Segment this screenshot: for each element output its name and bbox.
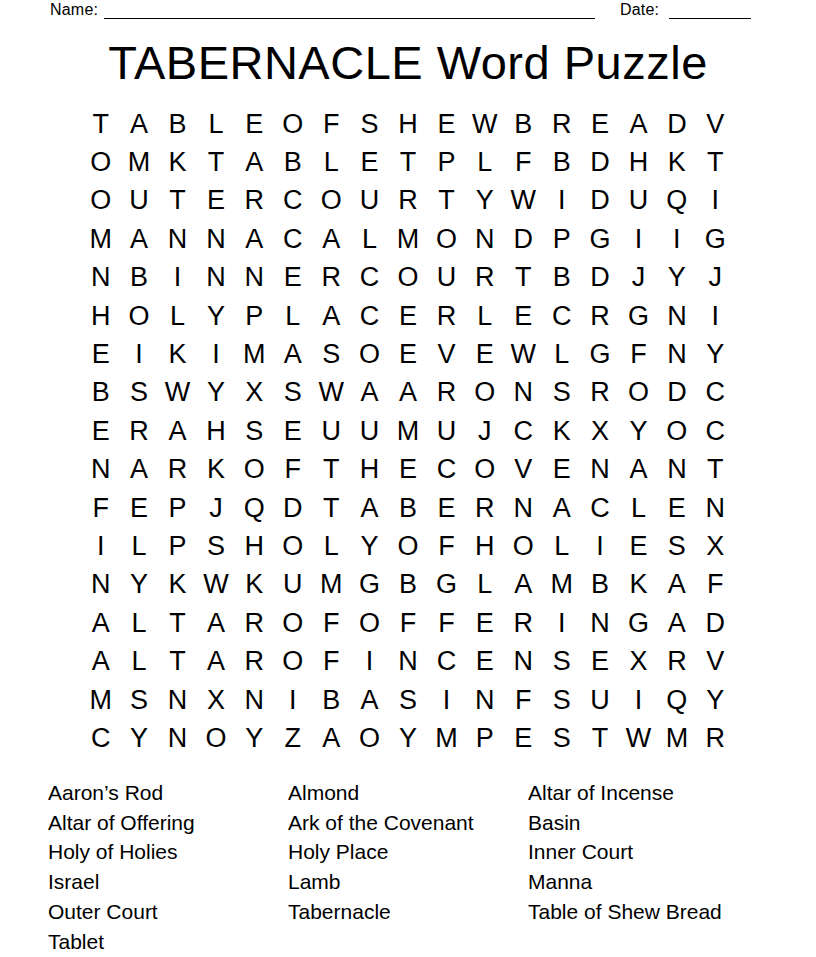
grid-cell-r11c14: C: [581, 489, 619, 527]
grid-cell-r10c15: A: [619, 451, 657, 489]
grid-cell-r1c8: S: [350, 105, 388, 143]
grid-cell-r2c14: D: [581, 143, 619, 181]
grid-cell-r9c12: C: [504, 412, 542, 450]
grid-cell-r10c13: E: [542, 451, 580, 489]
date-blank-line: [669, 0, 751, 19]
grid-cell-r16c13: S: [542, 681, 580, 719]
grid-cell-r4c15: I: [619, 220, 657, 258]
grid-cell-r8c3: W: [158, 374, 196, 412]
grid-cell-r13c12: A: [504, 566, 542, 604]
grid-cell-r11c4: J: [197, 489, 235, 527]
grid-cell-r12c17: X: [696, 527, 734, 565]
grid-cell-r3c17: I: [696, 182, 734, 220]
grid-cell-r17c11: P: [466, 719, 504, 757]
word-list-item: Altar of Incense: [528, 778, 816, 808]
grid-cell-r5c8: C: [350, 259, 388, 297]
grid-cell-r15c11: E: [466, 642, 504, 680]
word-search-grid: TABLEOFSHEWBREADVOMKTABLETPLFBDHKTOUTERC…: [82, 105, 735, 758]
grid-cell-r7c8: O: [350, 335, 388, 373]
grid-cell-r13c5: K: [235, 566, 273, 604]
grid-cell-r1c3: B: [158, 105, 196, 143]
grid-cell-r9c2: R: [120, 412, 158, 450]
grid-cell-r11c10: E: [427, 489, 465, 527]
grid-cell-r2c13: B: [542, 143, 580, 181]
grid-cell-r11c9: B: [389, 489, 427, 527]
grid-cell-r8c11: O: [466, 374, 504, 412]
grid-cell-r7c7: S: [312, 335, 350, 373]
grid-cell-r15c6: O: [274, 642, 312, 680]
grid-cell-r11c6: D: [274, 489, 312, 527]
grid-cell-r12c11: H: [466, 527, 504, 565]
word-list-column-3: Altar of IncenseBasinInner CourtMannaTab…: [528, 778, 816, 957]
grid-cell-r12c10: F: [427, 527, 465, 565]
grid-cell-r1c4: L: [197, 105, 235, 143]
grid-cell-r3c9: R: [389, 182, 427, 220]
grid-cell-r15c5: R: [235, 642, 273, 680]
grid-cell-r6c14: R: [581, 297, 619, 335]
grid-cell-r8c12: N: [504, 374, 542, 412]
grid-cell-r8c8: A: [350, 374, 388, 412]
grid-cell-r10c7: T: [312, 451, 350, 489]
grid-cell-r16c6: I: [274, 681, 312, 719]
grid-cell-r9c17: C: [696, 412, 734, 450]
grid-cell-r9c13: K: [542, 412, 580, 450]
grid-cell-r14c11: E: [466, 604, 504, 642]
grid-cell-r17c1: C: [82, 719, 120, 757]
grid-cell-r3c1: O: [82, 182, 120, 220]
grid-cell-r12c3: P: [158, 527, 196, 565]
grid-cell-r17c6: Z: [274, 719, 312, 757]
grid-cell-r16c2: S: [120, 681, 158, 719]
grid-cell-r11c7: T: [312, 489, 350, 527]
grid-cell-r17c7: A: [312, 719, 350, 757]
word-list-column-1: Aaron’s RodAltar of OfferingHoly of Holi…: [48, 778, 288, 957]
grid-cell-r10c12: V: [504, 451, 542, 489]
grid-cell-r5c2: B: [120, 259, 158, 297]
grid-cell-r13c17: F: [696, 566, 734, 604]
grid-cell-r12c13: L: [542, 527, 580, 565]
grid-cell-r1c5: E: [235, 105, 273, 143]
grid-cell-r11c12: N: [504, 489, 542, 527]
grid-cell-r1c11: W: [466, 105, 504, 143]
grid-cell-r3c2: U: [120, 182, 158, 220]
grid-cell-r2c1: O: [82, 143, 120, 181]
grid-cell-r9c10: U: [427, 412, 465, 450]
grid-cell-r4c6: C: [274, 220, 312, 258]
grid-cell-r5c16: Y: [658, 259, 696, 297]
name-blank-line: [104, 0, 595, 19]
grid-cell-r2c3: K: [158, 143, 196, 181]
grid-cell-r1c15: A: [619, 105, 657, 143]
grid-cell-r17c5: Y: [235, 719, 273, 757]
word-list-item: Holy of Holies: [48, 837, 288, 867]
grid-cell-r9c7: U: [312, 412, 350, 450]
grid-cell-r16c10: I: [427, 681, 465, 719]
grid-cell-r6c11: L: [466, 297, 504, 335]
grid-cell-r12c15: E: [619, 527, 657, 565]
grid-cell-r2c11: L: [466, 143, 504, 181]
grid-cell-r11c17: N: [696, 489, 734, 527]
grid-cell-r16c5: N: [235, 681, 273, 719]
grid-cell-r2c17: T: [696, 143, 734, 181]
grid-cell-r13c15: K: [619, 566, 657, 604]
grid-cell-r12c12: O: [504, 527, 542, 565]
grid-cell-r7c13: L: [542, 335, 580, 373]
worksheet-page: Name: Date: TABERNACLE Word Puzzle TABLE…: [0, 0, 816, 957]
grid-cell-r13c11: L: [466, 566, 504, 604]
grid-cell-r7c4: I: [197, 335, 235, 373]
grid-cell-r16c15: I: [619, 681, 657, 719]
grid-cell-r3c12: W: [504, 182, 542, 220]
grid-cell-r5c15: J: [619, 259, 657, 297]
grid-cell-r3c15: U: [619, 182, 657, 220]
grid-cell-r6c8: C: [350, 297, 388, 335]
grid-cell-r6c16: N: [658, 297, 696, 335]
grid-cell-r11c3: P: [158, 489, 196, 527]
grid-cell-r4c1: M: [82, 220, 120, 258]
grid-cell-r12c14: I: [581, 527, 619, 565]
page-title: TABERNACLE Word Puzzle: [0, 37, 816, 89]
grid-cell-r10c2: A: [120, 451, 158, 489]
grid-cell-r11c13: A: [542, 489, 580, 527]
grid-cell-r5c4: N: [197, 259, 235, 297]
grid-cell-r1c12: B: [504, 105, 542, 143]
grid-cell-r11c11: R: [466, 489, 504, 527]
grid-cell-r13c9: B: [389, 566, 427, 604]
grid-cell-r15c2: L: [120, 642, 158, 680]
grid-cell-r11c15: L: [619, 489, 657, 527]
date-label: Date:: [620, 1, 659, 19]
grid-cell-r14c1: A: [82, 604, 120, 642]
grid-cell-r9c6: E: [274, 412, 312, 450]
word-list-item: Holy Place: [288, 837, 528, 867]
grid-cell-r12c5: H: [235, 527, 273, 565]
grid-cell-r3c3: T: [158, 182, 196, 220]
grid-cell-r4c13: P: [542, 220, 580, 258]
grid-cell-r2c8: E: [350, 143, 388, 181]
grid-cell-r4c2: A: [120, 220, 158, 258]
grid-cell-r10c11: O: [466, 451, 504, 489]
word-list-item: Ark of the Covenant: [288, 808, 528, 838]
grid-cell-r14c15: G: [619, 604, 657, 642]
grid-cell-r7c14: G: [581, 335, 619, 373]
grid-cell-r9c9: M: [389, 412, 427, 450]
grid-cell-r13c6: U: [274, 566, 312, 604]
grid-cell-r14c10: F: [427, 604, 465, 642]
grid-cell-r11c5: Q: [235, 489, 273, 527]
grid-cell-r17c16: M: [658, 719, 696, 757]
grid-cell-r10c10: C: [427, 451, 465, 489]
grid-cell-r6c13: C: [542, 297, 580, 335]
word-list: Aaron’s RodAltar of OfferingHoly of Holi…: [48, 778, 816, 957]
grid-cell-r7c12: W: [504, 335, 542, 373]
word-list-item: Manna: [528, 867, 816, 897]
grid-cell-r13c2: Y: [120, 566, 158, 604]
grid-cell-r9c4: H: [197, 412, 235, 450]
grid-cell-r15c17: V: [696, 642, 734, 680]
grid-cell-r12c2: L: [120, 527, 158, 565]
grid-cell-r10c4: K: [197, 451, 235, 489]
grid-cell-r17c2: Y: [120, 719, 158, 757]
grid-cell-r4c12: D: [504, 220, 542, 258]
grid-cell-r6c10: R: [427, 297, 465, 335]
grid-cell-r8c7: W: [312, 374, 350, 412]
grid-cell-r4c17: G: [696, 220, 734, 258]
grid-cell-r9c16: O: [658, 412, 696, 450]
grid-cell-r17c14: T: [581, 719, 619, 757]
grid-cell-r2c15: H: [619, 143, 657, 181]
grid-cell-r3c8: U: [350, 182, 388, 220]
grid-cell-r13c3: K: [158, 566, 196, 604]
grid-cell-r13c10: G: [427, 566, 465, 604]
grid-cell-r14c5: R: [235, 604, 273, 642]
grid-cell-r17c13: S: [542, 719, 580, 757]
grid-cell-r8c14: R: [581, 374, 619, 412]
word-list-item: Tablet: [48, 927, 288, 957]
grid-cell-r5c6: E: [274, 259, 312, 297]
grid-cell-r2c9: T: [389, 143, 427, 181]
grid-cell-r2c7: L: [312, 143, 350, 181]
grid-cell-r10c9: E: [389, 451, 427, 489]
grid-cell-r2c5: A: [235, 143, 273, 181]
grid-cell-r8c15: O: [619, 374, 657, 412]
grid-cell-r5c12: T: [504, 259, 542, 297]
grid-cell-r12c4: S: [197, 527, 235, 565]
grid-cell-r7c9: E: [389, 335, 427, 373]
grid-cell-r8c13: S: [542, 374, 580, 412]
grid-cell-r7c3: K: [158, 335, 196, 373]
grid-cell-r8c10: R: [427, 374, 465, 412]
grid-cell-r3c13: I: [542, 182, 580, 220]
word-list-item: Almond: [288, 778, 528, 808]
grid-cell-r1c13: R: [542, 105, 580, 143]
grid-cell-r3c11: Y: [466, 182, 504, 220]
grid-cell-r7c16: N: [658, 335, 696, 373]
grid-cell-r2c2: M: [120, 143, 158, 181]
grid-cell-r4c3: N: [158, 220, 196, 258]
name-label: Name:: [50, 1, 98, 19]
grid-cell-r15c8: I: [350, 642, 388, 680]
grid-cell-r13c13: M: [542, 566, 580, 604]
grid-cell-r8c16: D: [658, 374, 696, 412]
grid-cell-r15c13: S: [542, 642, 580, 680]
grid-cell-r16c12: F: [504, 681, 542, 719]
worksheet-header: Name: Date:: [0, 0, 816, 30]
grid-cell-r3c16: Q: [658, 182, 696, 220]
grid-cell-r10c5: O: [235, 451, 273, 489]
grid-cell-r16c16: Q: [658, 681, 696, 719]
grid-cell-r9c5: S: [235, 412, 273, 450]
grid-cell-r4c11: N: [466, 220, 504, 258]
grid-cell-r16c17: Y: [696, 681, 734, 719]
grid-cell-r14c7: F: [312, 604, 350, 642]
grid-cell-r6c4: Y: [197, 297, 235, 335]
grid-cell-r6c12: E: [504, 297, 542, 335]
grid-cell-r3c7: O: [312, 182, 350, 220]
grid-cell-r13c8: G: [350, 566, 388, 604]
grid-cell-r10c6: F: [274, 451, 312, 489]
grid-cell-r6c7: A: [312, 297, 350, 335]
grid-cell-r1c16: D: [658, 105, 696, 143]
grid-cell-r16c9: S: [389, 681, 427, 719]
grid-cell-r7c5: M: [235, 335, 273, 373]
grid-cell-r1c6: O: [274, 105, 312, 143]
grid-cell-r1c10: E: [427, 105, 465, 143]
grid-cell-r15c4: A: [197, 642, 235, 680]
grid-cell-r3c5: R: [235, 182, 273, 220]
grid-cell-r14c8: O: [350, 604, 388, 642]
grid-cell-r17c12: E: [504, 719, 542, 757]
grid-cell-r6c1: H: [82, 297, 120, 335]
grid-cell-r17c8: O: [350, 719, 388, 757]
grid-cell-r15c14: E: [581, 642, 619, 680]
grid-cell-r9c8: U: [350, 412, 388, 450]
grid-cell-r4c10: O: [427, 220, 465, 258]
grid-cell-r7c11: E: [466, 335, 504, 373]
word-list-item: Altar of Offering: [48, 808, 288, 838]
word-list-item: Lamb: [288, 867, 528, 897]
grid-cell-r5c1: N: [82, 259, 120, 297]
grid-cell-r6c5: P: [235, 297, 273, 335]
grid-cell-r5c7: R: [312, 259, 350, 297]
grid-cell-r16c3: N: [158, 681, 196, 719]
grid-cell-r5c9: O: [389, 259, 427, 297]
grid-cell-r10c1: N: [82, 451, 120, 489]
grid-cell-r16c1: M: [82, 681, 120, 719]
grid-cell-r14c6: O: [274, 604, 312, 642]
word-list-item: Israel: [48, 867, 288, 897]
grid-cell-r7c17: Y: [696, 335, 734, 373]
grid-cell-r9c15: Y: [619, 412, 657, 450]
grid-cell-r15c16: R: [658, 642, 696, 680]
grid-cell-r15c7: F: [312, 642, 350, 680]
grid-cell-r10c14: N: [581, 451, 619, 489]
grid-cell-r16c8: A: [350, 681, 388, 719]
grid-cell-r5c13: B: [542, 259, 580, 297]
grid-cell-r10c17: T: [696, 451, 734, 489]
grid-cell-r11c8: A: [350, 489, 388, 527]
grid-cell-r14c3: T: [158, 604, 196, 642]
grid-cell-r4c14: G: [581, 220, 619, 258]
grid-cell-r14c17: D: [696, 604, 734, 642]
word-list-item: Aaron’s Rod: [48, 778, 288, 808]
grid-cell-r8c5: X: [235, 374, 273, 412]
grid-cell-r8c9: A: [389, 374, 427, 412]
grid-cell-r5c5: N: [235, 259, 273, 297]
grid-cell-r14c14: N: [581, 604, 619, 642]
grid-cell-r8c1: B: [82, 374, 120, 412]
grid-cell-r6c2: O: [120, 297, 158, 335]
grid-cell-r14c9: F: [389, 604, 427, 642]
grid-cell-r16c4: X: [197, 681, 235, 719]
grid-cell-r17c4: O: [197, 719, 235, 757]
grid-cell-r2c10: P: [427, 143, 465, 181]
grid-cell-r1c17: V: [696, 105, 734, 143]
grid-cell-r14c13: I: [542, 604, 580, 642]
grid-cell-r6c3: L: [158, 297, 196, 335]
grid-cell-r5c3: I: [158, 259, 196, 297]
grid-cell-r4c4: N: [197, 220, 235, 258]
grid-cell-r6c15: G: [619, 297, 657, 335]
grid-cell-r6c6: L: [274, 297, 312, 335]
grid-cell-r8c6: S: [274, 374, 312, 412]
grid-cell-r2c6: B: [274, 143, 312, 181]
grid-cell-r12c1: I: [82, 527, 120, 565]
grid-cell-r6c9: E: [389, 297, 427, 335]
grid-cell-r9c11: J: [466, 412, 504, 450]
grid-cell-r11c1: F: [82, 489, 120, 527]
grid-cell-r11c2: E: [120, 489, 158, 527]
grid-cell-r15c3: T: [158, 642, 196, 680]
grid-cell-r13c14: B: [581, 566, 619, 604]
grid-cell-r4c16: I: [658, 220, 696, 258]
grid-cell-r7c2: I: [120, 335, 158, 373]
grid-cell-r5c11: R: [466, 259, 504, 297]
word-list-item: Tabernacle: [288, 897, 528, 927]
grid-cell-r17c9: Y: [389, 719, 427, 757]
grid-cell-r9c3: A: [158, 412, 196, 450]
grid-cell-r10c8: H: [350, 451, 388, 489]
grid-cell-r3c6: C: [274, 182, 312, 220]
grid-cell-r12c16: S: [658, 527, 696, 565]
word-list-item: Inner Court: [528, 837, 816, 867]
grid-cell-r15c10: C: [427, 642, 465, 680]
grid-cell-r1c2: A: [120, 105, 158, 143]
grid-cell-r12c7: L: [312, 527, 350, 565]
word-list-item: Table of Shew Bread: [528, 897, 816, 927]
grid-cell-r8c4: Y: [197, 374, 235, 412]
grid-cell-r13c1: N: [82, 566, 120, 604]
grid-cell-r7c1: E: [82, 335, 120, 373]
grid-cell-r17c3: N: [158, 719, 196, 757]
grid-cell-r12c6: O: [274, 527, 312, 565]
grid-cell-r5c10: U: [427, 259, 465, 297]
grid-cell-r16c11: N: [466, 681, 504, 719]
grid-cell-r7c6: A: [274, 335, 312, 373]
grid-cell-r14c16: A: [658, 604, 696, 642]
word-list-item: Outer Court: [48, 897, 288, 927]
grid-cell-r16c7: B: [312, 681, 350, 719]
grid-cell-r8c17: C: [696, 374, 734, 412]
grid-cell-r17c17: R: [696, 719, 734, 757]
grid-cell-r2c12: F: [504, 143, 542, 181]
grid-cell-r6c17: I: [696, 297, 734, 335]
word-list-item: Basin: [528, 808, 816, 838]
grid-cell-r17c15: W: [619, 719, 657, 757]
grid-cell-r4c5: A: [235, 220, 273, 258]
grid-cell-r2c16: K: [658, 143, 696, 181]
grid-cell-r7c10: V: [427, 335, 465, 373]
grid-cell-r4c7: A: [312, 220, 350, 258]
grid-cell-r17c10: M: [427, 719, 465, 757]
grid-cell-r1c9: H: [389, 105, 427, 143]
grid-cell-r11c16: E: [658, 489, 696, 527]
grid-cell-r8c2: S: [120, 374, 158, 412]
grid-cell-r3c10: T: [427, 182, 465, 220]
grid-cell-r4c9: M: [389, 220, 427, 258]
grid-cell-r5c17: J: [696, 259, 734, 297]
grid-cell-r9c14: X: [581, 412, 619, 450]
grid-cell-r14c2: L: [120, 604, 158, 642]
grid-cell-r15c15: X: [619, 642, 657, 680]
grid-cell-r13c16: A: [658, 566, 696, 604]
grid-cell-r13c4: W: [197, 566, 235, 604]
grid-cell-r2c4: T: [197, 143, 235, 181]
grid-cell-r10c16: N: [658, 451, 696, 489]
grid-cell-r10c3: R: [158, 451, 196, 489]
grid-cell-r12c9: O: [389, 527, 427, 565]
grid-cell-r1c1: T: [82, 105, 120, 143]
